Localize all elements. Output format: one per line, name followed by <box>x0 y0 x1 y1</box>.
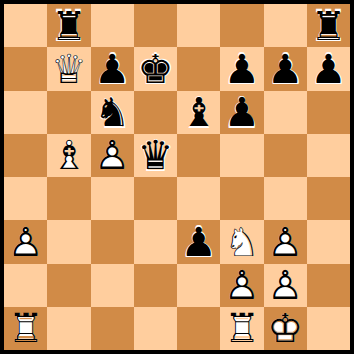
square-a3[interactable]: ♟♙ <box>4 220 47 263</box>
piece-black-pawn-g7[interactable]: ♟♟ <box>264 47 307 90</box>
square-h3[interactable] <box>307 220 350 263</box>
white-queen-glyph: ♕ <box>47 47 90 90</box>
piece-white-pawn-g3[interactable]: ♟♙ <box>264 220 307 263</box>
square-g2[interactable]: ♟♙ <box>264 264 307 307</box>
square-f6[interactable]: ♟♟ <box>220 91 263 134</box>
square-d7[interactable]: ♚♚ <box>134 47 177 90</box>
square-e5[interactable] <box>177 134 220 177</box>
piece-black-pawn-h7[interactable]: ♟♟ <box>307 47 350 90</box>
square-g8[interactable] <box>264 4 307 47</box>
square-c4[interactable] <box>91 177 134 220</box>
square-d5[interactable]: ♛♛ <box>134 134 177 177</box>
piece-white-king-g1[interactable]: ♚♔ <box>264 307 307 350</box>
black-pawn-glyph: ♟ <box>177 220 220 263</box>
black-pawn-glyph: ♟ <box>220 91 263 134</box>
black-knight-glyph: ♞ <box>91 91 134 134</box>
square-d3[interactable] <box>134 220 177 263</box>
square-e7[interactable] <box>177 47 220 90</box>
square-c3[interactable] <box>91 220 134 263</box>
square-g6[interactable] <box>264 91 307 134</box>
square-c1[interactable] <box>91 307 134 350</box>
white-king-glyph: ♔ <box>264 307 307 350</box>
square-g5[interactable] <box>264 134 307 177</box>
square-d1[interactable] <box>134 307 177 350</box>
chess-board: ♜♜♜♜♛♕♟♟♚♚♟♟♟♟♟♟♞♞♝♝♟♟♝♗♟♙♛♛♟♙♟♟♞♘♟♙♟♙♟♙… <box>4 4 350 350</box>
square-a5[interactable] <box>4 134 47 177</box>
square-h4[interactable] <box>307 177 350 220</box>
square-f5[interactable] <box>220 134 263 177</box>
square-b2[interactable] <box>47 264 90 307</box>
square-e4[interactable] <box>177 177 220 220</box>
black-bishop-glyph: ♝ <box>177 91 220 134</box>
square-d8[interactable] <box>134 4 177 47</box>
square-a7[interactable] <box>4 47 47 90</box>
white-pawn-glyph: ♙ <box>264 220 307 263</box>
piece-black-queen-d5[interactable]: ♛♛ <box>134 134 177 177</box>
square-b7[interactable]: ♛♕ <box>47 47 90 90</box>
black-rook-glyph: ♜ <box>307 4 350 47</box>
square-d6[interactable] <box>134 91 177 134</box>
black-pawn-glyph: ♟ <box>307 47 350 90</box>
white-rook-glyph: ♖ <box>220 307 263 350</box>
square-b6[interactable] <box>47 91 90 134</box>
square-b3[interactable] <box>47 220 90 263</box>
black-pawn-glyph: ♟ <box>220 47 263 90</box>
piece-black-pawn-c7[interactable]: ♟♟ <box>91 47 134 90</box>
piece-black-king-d7[interactable]: ♚♚ <box>134 47 177 90</box>
black-pawn-glyph: ♟ <box>91 47 134 90</box>
white-bishop-glyph: ♗ <box>47 134 90 177</box>
square-c7[interactable]: ♟♟ <box>91 47 134 90</box>
black-queen-glyph: ♛ <box>134 134 177 177</box>
piece-white-pawn-c5[interactable]: ♟♙ <box>91 134 134 177</box>
piece-black-knight-c6[interactable]: ♞♞ <box>91 91 134 134</box>
piece-white-queen-b7[interactable]: ♛♕ <box>47 47 90 90</box>
piece-white-rook-a1[interactable]: ♜♖ <box>4 307 47 350</box>
square-h6[interactable] <box>307 91 350 134</box>
square-a4[interactable] <box>4 177 47 220</box>
square-c6[interactable]: ♞♞ <box>91 91 134 134</box>
white-pawn-glyph: ♙ <box>91 134 134 177</box>
board-frame: ♜♜♜♜♛♕♟♟♚♚♟♟♟♟♟♟♞♞♝♝♟♟♝♗♟♙♛♛♟♙♟♟♞♘♟♙♟♙♟♙… <box>0 0 354 354</box>
square-e1[interactable] <box>177 307 220 350</box>
square-e8[interactable] <box>177 4 220 47</box>
square-b8[interactable]: ♜♜ <box>47 4 90 47</box>
piece-black-rook-h8[interactable]: ♜♜ <box>307 4 350 47</box>
piece-black-pawn-f6[interactable]: ♟♟ <box>220 91 263 134</box>
square-h8[interactable]: ♜♜ <box>307 4 350 47</box>
piece-white-knight-f3[interactable]: ♞♘ <box>220 220 263 263</box>
square-f3[interactable]: ♞♘ <box>220 220 263 263</box>
square-e2[interactable] <box>177 264 220 307</box>
square-a2[interactable] <box>4 264 47 307</box>
piece-white-pawn-g2[interactable]: ♟♙ <box>264 264 307 307</box>
square-f7[interactable]: ♟♟ <box>220 47 263 90</box>
square-a1[interactable]: ♜♖ <box>4 307 47 350</box>
white-pawn-glyph: ♙ <box>264 264 307 307</box>
piece-black-pawn-e3[interactable]: ♟♟ <box>177 220 220 263</box>
square-a6[interactable] <box>4 91 47 134</box>
square-h5[interactable] <box>307 134 350 177</box>
square-c8[interactable] <box>91 4 134 47</box>
white-pawn-glyph: ♙ <box>4 220 47 263</box>
square-b5[interactable]: ♝♗ <box>47 134 90 177</box>
black-pawn-glyph: ♟ <box>264 47 307 90</box>
piece-black-pawn-f7[interactable]: ♟♟ <box>220 47 263 90</box>
square-c5[interactable]: ♟♙ <box>91 134 134 177</box>
square-g7[interactable]: ♟♟ <box>264 47 307 90</box>
white-pawn-glyph: ♙ <box>220 264 263 307</box>
piece-white-pawn-a3[interactable]: ♟♙ <box>4 220 47 263</box>
square-d4[interactable] <box>134 177 177 220</box>
piece-black-bishop-e6[interactable]: ♝♝ <box>177 91 220 134</box>
square-b1[interactable] <box>47 307 90 350</box>
square-a8[interactable] <box>4 4 47 47</box>
piece-white-pawn-f2[interactable]: ♟♙ <box>220 264 263 307</box>
piece-white-bishop-b5[interactable]: ♝♗ <box>47 134 90 177</box>
white-rook-glyph: ♖ <box>4 307 47 350</box>
square-h1[interactable] <box>307 307 350 350</box>
black-king-glyph: ♚ <box>134 47 177 90</box>
black-rook-glyph: ♜ <box>47 4 90 47</box>
square-f4[interactable] <box>220 177 263 220</box>
piece-white-rook-f1[interactable]: ♜♖ <box>220 307 263 350</box>
square-f2[interactable]: ♟♙ <box>220 264 263 307</box>
square-h2[interactable] <box>307 264 350 307</box>
square-g3[interactable]: ♟♙ <box>264 220 307 263</box>
white-knight-glyph: ♘ <box>220 220 263 263</box>
square-e6[interactable]: ♝♝ <box>177 91 220 134</box>
square-g1[interactable]: ♚♔ <box>264 307 307 350</box>
square-c2[interactable] <box>91 264 134 307</box>
square-d2[interactable] <box>134 264 177 307</box>
square-b4[interactable] <box>47 177 90 220</box>
square-g4[interactable] <box>264 177 307 220</box>
square-h7[interactable]: ♟♟ <box>307 47 350 90</box>
piece-black-rook-b8[interactable]: ♜♜ <box>47 4 90 47</box>
square-e3[interactable]: ♟♟ <box>177 220 220 263</box>
square-f8[interactable] <box>220 4 263 47</box>
square-f1[interactable]: ♜♖ <box>220 307 263 350</box>
